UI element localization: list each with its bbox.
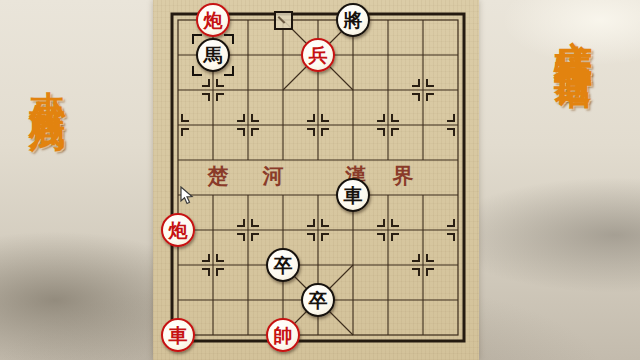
piece-black-general-f0[interactable]: 將 — [336, 3, 370, 37]
right-caption: 广式特产普通话 — [551, 10, 595, 45]
piece-red-soldier-e1[interactable]: 兵 — [301, 38, 335, 72]
xiangqi-app-screen: 小哥解残局 广式特产普通话 楚河漢界 炮將馬兵車炮卒卒車帥 — [0, 0, 640, 360]
piece-black-chariot-f5[interactable]: 車 — [336, 178, 370, 212]
move-origin-marker — [274, 11, 293, 30]
piece-red-chariot-a9[interactable]: 車 — [161, 318, 195, 352]
left-caption: 小哥解残局 — [27, 62, 69, 97]
piece-black-soldier-d7[interactable]: 卒 — [266, 248, 300, 282]
piece-grid[interactable]: 炮將馬兵車炮卒卒車帥 — [161, 3, 476, 353]
piece-red-cannon-a6[interactable]: 炮 — [161, 213, 195, 247]
piece-red-marshal-d9[interactable]: 帥 — [266, 318, 300, 352]
piece-red-cannon-b0[interactable]: 炮 — [196, 3, 230, 37]
selection-brackets — [192, 34, 234, 76]
piece-black-horse-b1[interactable]: 馬 — [196, 38, 230, 72]
xiangqi-board[interactable]: 楚河漢界 炮將馬兵車炮卒卒車帥 — [153, 0, 479, 360]
piece-black-soldier-e8[interactable]: 卒 — [301, 283, 335, 317]
